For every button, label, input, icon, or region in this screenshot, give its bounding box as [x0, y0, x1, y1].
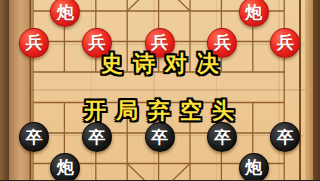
piece-black-cannon[interactable]: 炮	[239, 153, 269, 181]
piece-red-soldier[interactable]: 兵	[19, 28, 49, 58]
piece-black-soldier[interactable]: 卒	[145, 122, 175, 152]
piece-red-soldier[interactable]: 兵	[270, 28, 300, 58]
piece-black-soldier[interactable]: 卒	[19, 122, 49, 152]
overlay-title-line1: 史诗对决	[91, 49, 229, 79]
overlay-title-line2: 开局弃空头	[74, 96, 244, 126]
piece-black-soldier[interactable]: 卒	[82, 122, 112, 152]
piece-black-soldier[interactable]: 卒	[270, 122, 300, 152]
xiangqi-app-frame: 炮炮兵兵兵兵兵卒卒卒卒卒炮炮 史诗对决 开局弃空头	[0, 0, 320, 180]
